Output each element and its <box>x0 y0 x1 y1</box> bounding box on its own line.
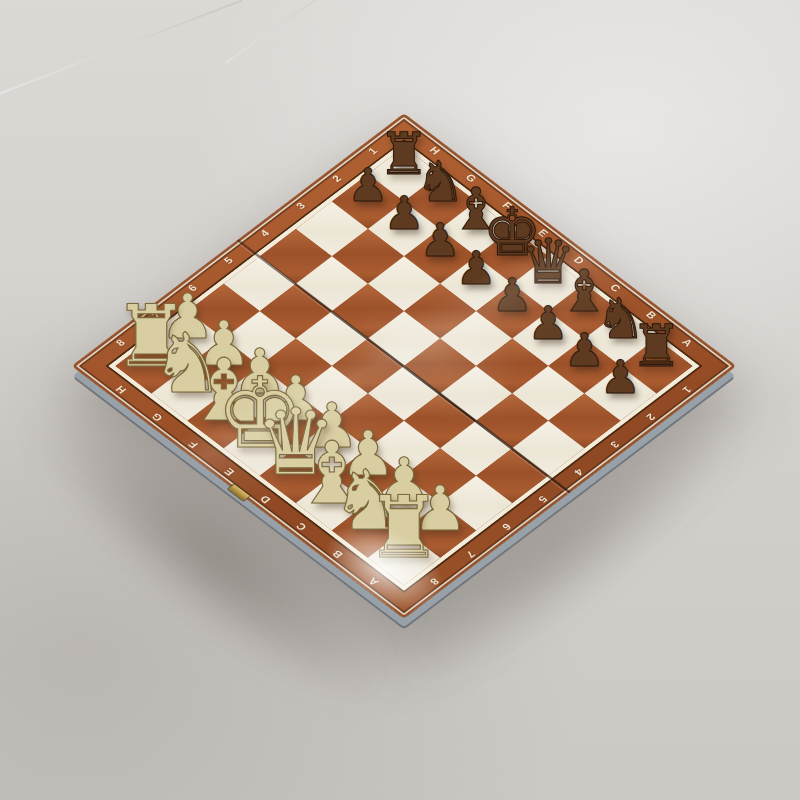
file-label-bottom-D: D <box>257 493 273 505</box>
file-label-top-F: F <box>499 200 514 211</box>
rank-label-left-4: 4 <box>258 227 273 238</box>
rank-label-right-2: 2 <box>644 411 659 422</box>
file-label-bottom-F: F <box>185 438 200 449</box>
rank-label-right-4: 4 <box>572 466 587 477</box>
rank-label-left-3: 3 <box>294 200 309 211</box>
rank-label-right-8: 8 <box>427 576 442 587</box>
rook-glyph: ♜ <box>378 124 430 182</box>
rank-label-right-6: 6 <box>500 521 515 532</box>
file-label-top-G: G <box>463 172 480 185</box>
file-label-top-C: C <box>607 282 623 294</box>
file-label-bottom-A: A <box>365 575 381 587</box>
rank-label-left-8: 8 <box>113 337 128 348</box>
file-label-top-D: D <box>571 254 587 266</box>
rank-label-right-3: 3 <box>608 439 623 450</box>
file-label-top-A: A <box>679 337 695 349</box>
file-label-top-B: B <box>643 309 659 321</box>
rank-label-left-6: 6 <box>186 282 201 293</box>
rank-label-left-5: 5 <box>222 255 237 266</box>
file-label-top-H: H <box>427 145 443 157</box>
rank-label-right-1: 1 <box>680 384 695 395</box>
file-label-bottom-H: H <box>113 383 129 395</box>
file-label-bottom-G: G <box>149 411 166 424</box>
scene: { "game": "chess", "scene": { "descripti… <box>0 0 800 800</box>
file-label-top-E: E <box>535 227 551 239</box>
rank-label-right-5: 5 <box>536 493 551 504</box>
file-label-bottom-B: B <box>329 548 345 560</box>
rank-label-right-7: 7 <box>464 548 479 559</box>
file-label-bottom-C: C <box>293 520 309 532</box>
rank-label-left-2: 2 <box>330 173 345 184</box>
rank-label-left-1: 1 <box>366 145 381 156</box>
file-label-bottom-E: E <box>221 466 237 478</box>
rank-label-left-7: 7 <box>150 310 165 321</box>
